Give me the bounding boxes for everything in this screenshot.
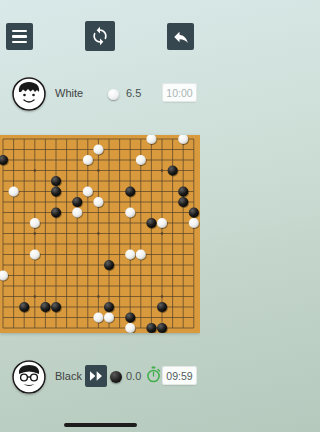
stone-white <box>0 271 8 281</box>
stone-white <box>189 218 199 228</box>
star-point <box>97 295 100 298</box>
stone-black <box>51 208 61 218</box>
white-clock: 10:00 <box>162 83 197 102</box>
stone-black <box>19 302 29 312</box>
stone-white <box>83 155 93 165</box>
stone-white <box>125 250 135 260</box>
star-point <box>161 169 164 172</box>
stone-black <box>51 187 61 197</box>
stone-black <box>157 323 167 333</box>
glasses-face-icon <box>12 360 46 394</box>
black-player-row: Black 0.0 09:59 <box>0 357 200 397</box>
stone-white <box>146 135 156 144</box>
stone-white <box>93 197 103 207</box>
black-player-name: Black <box>55 370 82 382</box>
stone-black <box>51 176 61 186</box>
black-player-avatar[interactable] <box>12 360 46 394</box>
white-player-avatar[interactable] <box>12 77 46 111</box>
go-board[interactable] <box>0 135 200 333</box>
stone-black <box>146 218 156 228</box>
stone-white <box>93 313 103 323</box>
stone-white <box>104 313 114 323</box>
stone-white <box>30 218 40 228</box>
sync-icon <box>90 26 110 46</box>
menu-button[interactable] <box>6 23 33 50</box>
white-player-name: White <box>55 87 83 99</box>
stone-black <box>146 323 156 333</box>
refresh-button[interactable] <box>85 21 115 51</box>
star-point <box>161 232 164 235</box>
star-point <box>34 295 37 298</box>
go-app-screen: White 6.5 10:00 <box>0 0 200 432</box>
stone-white <box>157 218 167 228</box>
stone-black <box>125 187 135 197</box>
stone-white <box>30 250 40 260</box>
stone-white <box>9 187 19 197</box>
white-komi-value: 6.5 <box>126 87 141 99</box>
stone-black <box>178 187 188 197</box>
star-point <box>34 232 37 235</box>
stone-black <box>104 302 114 312</box>
stone-white <box>125 323 135 333</box>
stone-white <box>136 155 146 165</box>
go-board-grid <box>0 135 200 333</box>
stone-black <box>157 302 167 312</box>
black-clock: 09:59 <box>162 366 197 385</box>
stone-black <box>72 197 82 207</box>
boy-face-icon <box>12 77 46 111</box>
stopwatch-icon <box>146 366 161 383</box>
stone-black <box>0 155 8 165</box>
stone-black <box>104 260 114 270</box>
stone-white <box>125 208 135 218</box>
black-score-value: 0.0 <box>126 370 141 382</box>
star-point <box>161 295 164 298</box>
star-point <box>34 169 37 172</box>
stone-black <box>125 313 135 323</box>
black-stone-icon <box>110 371 122 383</box>
stone-white <box>136 250 146 260</box>
stone-black <box>178 197 188 207</box>
home-indicator[interactable] <box>64 423 137 427</box>
undo-button[interactable] <box>167 23 194 50</box>
stone-black <box>168 166 178 176</box>
stone-black <box>51 302 61 312</box>
stone-white <box>178 135 188 144</box>
stone-black <box>40 302 50 312</box>
undo-arrow-icon <box>172 28 190 46</box>
stone-white <box>83 187 93 197</box>
fast-forward-button[interactable] <box>85 365 107 387</box>
white-player-row: White 6.5 10:00 <box>0 74 200 114</box>
stone-black <box>189 208 199 218</box>
white-stone-icon <box>108 89 119 100</box>
star-point <box>97 169 100 172</box>
star-point <box>97 232 100 235</box>
stone-white <box>72 208 82 218</box>
hamburger-icon <box>12 30 27 44</box>
stone-white <box>93 145 103 155</box>
fast-forward-icon <box>88 368 104 384</box>
